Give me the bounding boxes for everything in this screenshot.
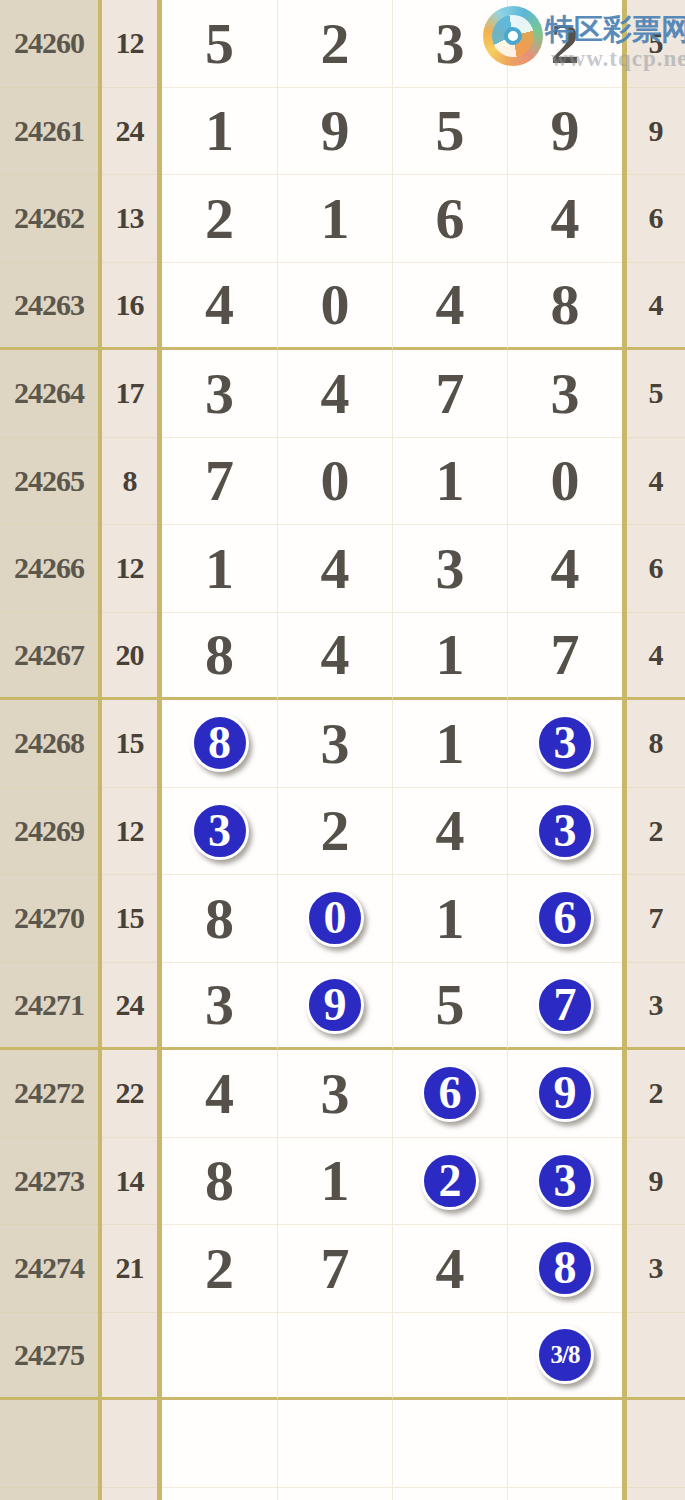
drawn-ball: 3 <box>536 714 594 772</box>
number-cell <box>507 1400 622 1488</box>
number-cell: 3/8 <box>507 1313 622 1401</box>
number-cell: 4 <box>162 263 277 351</box>
drawn-ball: 2 <box>421 1152 479 1210</box>
drawn-ball: 3/8 <box>536 1326 594 1384</box>
sum-cell: 15 <box>102 700 157 788</box>
issue-cell: 24265 <box>0 438 98 526</box>
number-cell: 4 <box>392 788 507 876</box>
sum-cell: 12 <box>102 525 157 613</box>
number-cell: 8 <box>507 1225 622 1313</box>
number-cell <box>162 1313 277 1401</box>
sum-cell <box>102 1488 157 1500</box>
number-cell: 1 <box>277 175 392 263</box>
issue-cell: 24268 <box>0 700 98 788</box>
tail-cell: 4 <box>627 613 685 701</box>
number-cell: 4 <box>277 525 392 613</box>
drawn-ball: 9 <box>306 976 364 1034</box>
issue-cell: 24260 <box>0 0 98 88</box>
drawn-ball: 0 <box>306 889 364 947</box>
number-cell: 6 <box>392 175 507 263</box>
number-cell: 1 <box>392 875 507 963</box>
sum-cell: 20 <box>102 613 157 701</box>
issue-cell: 24267 <box>0 613 98 701</box>
tail-cell: 8 <box>627 700 685 788</box>
issue-cell: 24261 <box>0 88 98 176</box>
number-cell: 9 <box>507 1050 622 1138</box>
sum-cell: 24 <box>102 88 157 176</box>
number-cell: 0 <box>277 875 392 963</box>
issue-cell: 24275 <box>0 1313 98 1401</box>
number-cell <box>277 1313 392 1401</box>
number-cell: 3 <box>392 0 507 88</box>
drawn-ball: 8 <box>191 714 249 772</box>
number-cell <box>392 1400 507 1488</box>
number-cell: 1 <box>162 88 277 176</box>
number-cell: 3 <box>507 1138 622 1226</box>
tail-cell: 9 <box>627 1138 685 1226</box>
issue-cell <box>0 1400 98 1488</box>
number-cell <box>277 1488 392 1500</box>
drawn-ball: 8 <box>536 1239 594 1297</box>
issue-cell: 24269 <box>0 788 98 876</box>
tail-cell: 2 <box>627 1050 685 1138</box>
number-cell: 3 <box>507 788 622 876</box>
drawn-ball: 6 <box>536 889 594 947</box>
issue-cell: 24272 <box>0 1050 98 1138</box>
number-cell: 3 <box>507 700 622 788</box>
issue-cell: 24262 <box>0 175 98 263</box>
sum-cell: 12 <box>102 788 157 876</box>
issue-cell: 24273 <box>0 1138 98 1226</box>
sum-cell: 13 <box>102 175 157 263</box>
number-cell: 6 <box>507 875 622 963</box>
drawn-ball: 9 <box>536 1064 594 1122</box>
tail-cell: 5 <box>627 350 685 438</box>
number-cell <box>507 1488 622 1500</box>
tail-cell: 4 <box>627 438 685 526</box>
sum-cell: 16 <box>102 263 157 351</box>
number-cell: 0 <box>507 438 622 526</box>
number-cell: 5 <box>162 0 277 88</box>
number-cell: 5 <box>392 963 507 1051</box>
trend-board: 2426012523252426124195992426213216462426… <box>0 0 685 1500</box>
number-cell: 8 <box>162 700 277 788</box>
sum-cell: 15 <box>102 875 157 963</box>
number-cell: 2 <box>507 0 622 88</box>
sum-cell: 8 <box>102 438 157 526</box>
drawn-ball: 3 <box>536 802 594 860</box>
drawn-ball: 3 <box>191 802 249 860</box>
number-cell: 2 <box>162 175 277 263</box>
number-cell: 5 <box>392 88 507 176</box>
number-cell: 3 <box>162 788 277 876</box>
sum-cell <box>102 1313 157 1401</box>
sum-cell: 22 <box>102 1050 157 1138</box>
tail-cell <box>627 1400 685 1488</box>
issue-cell <box>0 1488 98 1500</box>
number-cell: 4 <box>162 1050 277 1138</box>
number-cell: 2 <box>277 0 392 88</box>
number-cell: 8 <box>507 263 622 351</box>
tail-cell: 3 <box>627 963 685 1051</box>
number-cell: 8 <box>162 875 277 963</box>
issue-cell: 24264 <box>0 350 98 438</box>
number-cell: 4 <box>277 350 392 438</box>
number-cell <box>277 1400 392 1488</box>
number-cell: 7 <box>162 438 277 526</box>
number-cell: 2 <box>162 1225 277 1313</box>
sum-cell: 24 <box>102 963 157 1051</box>
tail-cell: 6 <box>627 525 685 613</box>
lottery-trend-page: 2426012523252426124195992426213216462426… <box>0 0 685 1500</box>
number-cell: 1 <box>392 700 507 788</box>
sum-cell: 14 <box>102 1138 157 1226</box>
issue-cell: 24270 <box>0 875 98 963</box>
issue-cell: 24266 <box>0 525 98 613</box>
number-cell: 7 <box>507 613 622 701</box>
number-cell: 1 <box>392 613 507 701</box>
number-cell: 8 <box>162 1138 277 1226</box>
number-cell: 3 <box>162 963 277 1051</box>
number-cell: 3 <box>507 350 622 438</box>
tail-cell: 7 <box>627 875 685 963</box>
tail-cell: 4 <box>627 263 685 351</box>
drawn-ball: 7 <box>536 976 594 1034</box>
sum-cell <box>102 1400 157 1488</box>
issue-cell: 24274 <box>0 1225 98 1313</box>
number-cell: 3 <box>162 350 277 438</box>
sum-cell: 17 <box>102 350 157 438</box>
issue-cell: 24271 <box>0 963 98 1051</box>
number-cell: 9 <box>507 88 622 176</box>
tail-cell: 6 <box>627 175 685 263</box>
tail-cell <box>627 1488 685 1500</box>
number-cell: 3 <box>277 1050 392 1138</box>
sum-cell: 12 <box>102 0 157 88</box>
number-cell: 1 <box>162 525 277 613</box>
tail-cell: 2 <box>627 788 685 876</box>
number-cell <box>392 1313 507 1401</box>
number-cell: 0 <box>277 438 392 526</box>
number-cell: 7 <box>277 1225 392 1313</box>
number-cell: 7 <box>392 350 507 438</box>
number-cell: 4 <box>277 613 392 701</box>
tail-cell: 5 <box>627 0 685 88</box>
number-cell <box>392 1488 507 1500</box>
drawn-ball: 6 <box>421 1064 479 1122</box>
number-cell: 3 <box>392 525 507 613</box>
number-cell: 1 <box>277 1138 392 1226</box>
sum-cell: 21 <box>102 1225 157 1313</box>
tail-cell <box>627 1313 685 1401</box>
number-cell: 3 <box>277 700 392 788</box>
number-cell: 1 <box>392 438 507 526</box>
issue-cell: 24263 <box>0 263 98 351</box>
number-cell: 9 <box>277 963 392 1051</box>
number-cell: 4 <box>507 175 622 263</box>
number-cell: 0 <box>277 263 392 351</box>
number-cell: 8 <box>162 613 277 701</box>
number-cell: 4 <box>392 263 507 351</box>
number-cell: 7 <box>507 963 622 1051</box>
number-cell: 6 <box>392 1050 507 1138</box>
number-cell: 2 <box>392 1138 507 1226</box>
number-cell: 4 <box>507 525 622 613</box>
number-cell: 4 <box>392 1225 507 1313</box>
number-cell <box>162 1488 277 1500</box>
tail-cell: 3 <box>627 1225 685 1313</box>
number-cell: 2 <box>277 788 392 876</box>
number-cell <box>162 1400 277 1488</box>
number-cell: 9 <box>277 88 392 176</box>
drawn-ball: 3 <box>536 1152 594 1210</box>
tail-cell: 9 <box>627 88 685 176</box>
